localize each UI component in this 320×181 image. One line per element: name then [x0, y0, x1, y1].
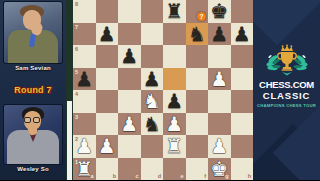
square-f4[interactable] — [186, 90, 209, 113]
square-g7[interactable]: ♟ — [208, 23, 231, 46]
piece-black-pawn-c6[interactable]: ♟ — [118, 45, 141, 68]
rank-label: 3 — [75, 114, 78, 120]
evaluation-bar — [66, 0, 73, 180]
piece-white-rook-e2[interactable]: ♜ — [163, 135, 186, 158]
square-b1[interactable]: b — [96, 158, 119, 181]
square-e5[interactable] — [163, 68, 186, 91]
piece-black-pawn-g7[interactable]: ♟ — [208, 23, 231, 46]
square-h4[interactable] — [231, 90, 254, 113]
square-h5[interactable] — [231, 68, 254, 91]
square-d8[interactable] — [141, 0, 164, 23]
square-b5[interactable] — [96, 68, 119, 91]
square-b8[interactable] — [96, 0, 119, 23]
piece-white-pawn-c3[interactable]: ♟ — [118, 113, 141, 136]
square-g1[interactable]: g♚ — [208, 158, 231, 181]
square-h2[interactable] — [231, 135, 254, 158]
mistake-badge-symbol: ? — [200, 13, 204, 20]
square-c4[interactable] — [118, 90, 141, 113]
piece-white-pawn-b2[interactable]: ♟ — [96, 135, 119, 158]
square-a4[interactable]: 4 — [73, 90, 96, 113]
player-sidebar: Sam Sevian Round 7 Wesley So — [0, 0, 66, 180]
rank-label: 8 — [75, 1, 78, 7]
square-f5[interactable] — [186, 68, 209, 91]
event-panel: CHESS.COM CLASSIC CHAMPIONS CHESS TOUR — [253, 0, 320, 180]
square-c6[interactable]: ♟ — [118, 45, 141, 68]
panel-decor-shape — [253, 0, 320, 45]
piece-black-king-g8[interactable]: ♚ — [208, 0, 231, 23]
file-label: c — [135, 173, 138, 179]
piece-black-rook-e8[interactable]: ♜ — [163, 0, 186, 23]
player-name-bottom: Wesley So — [0, 166, 66, 172]
square-b4[interactable] — [96, 90, 119, 113]
square-d2[interactable] — [141, 135, 164, 158]
square-e2[interactable]: ♜ — [163, 135, 186, 158]
square-a1[interactable]: 1a♜ — [73, 158, 96, 181]
square-h1[interactable]: h — [231, 158, 254, 181]
square-c2[interactable] — [118, 135, 141, 158]
square-c1[interactable]: c — [118, 158, 141, 181]
square-b7[interactable]: ♟ — [96, 23, 119, 46]
file-label: e — [180, 173, 183, 179]
square-b2[interactable]: ♟ — [96, 135, 119, 158]
glasses-icon — [33, 117, 40, 123]
square-b3[interactable] — [96, 113, 119, 136]
square-a7[interactable]: 7 — [73, 23, 96, 46]
square-a2[interactable]: 2♟ — [73, 135, 96, 158]
piece-black-pawn-d5[interactable]: ♟ — [141, 68, 164, 91]
square-a3[interactable]: 3 — [73, 113, 96, 136]
square-b6[interactable] — [96, 45, 119, 68]
square-h8[interactable] — [231, 0, 254, 23]
chess-board: ? 8♜♚7♟♞♟♟6♟5♟♟♟4♞♟3♟♞♟2♟♟♜♟1a♜bcdefg♚h — [73, 0, 253, 180]
square-f3[interactable] — [186, 113, 209, 136]
square-a8[interactable]: 8 — [73, 0, 96, 23]
rank-label: 2 — [75, 136, 78, 142]
square-e6[interactable] — [163, 45, 186, 68]
square-a5[interactable]: 5♟ — [73, 68, 96, 91]
rank-label: 6 — [75, 46, 78, 52]
square-g8[interactable]: ♚ — [208, 0, 231, 23]
square-e1[interactable]: e — [163, 158, 186, 181]
file-label: g — [225, 173, 228, 179]
evaluation-bar-white-portion — [67, 101, 72, 180]
square-e4[interactable]: ♟ — [163, 90, 186, 113]
broadcast-frame: Sam Sevian Round 7 Wesley So ? 8♜♚7♟♞♟♟6… — [0, 0, 320, 180]
rank-label: 7 — [75, 24, 78, 30]
square-e3[interactable]: ♟ — [163, 113, 186, 136]
square-c5[interactable] — [118, 68, 141, 91]
event-logo: CHESS.COM CLASSIC CHAMPIONS CHESS TOUR — [253, 44, 320, 108]
piece-black-pawn-b7[interactable]: ♟ — [96, 23, 119, 46]
square-c3[interactable]: ♟ — [118, 113, 141, 136]
rank-label: 5 — [75, 69, 78, 75]
square-a6[interactable]: 6 — [73, 45, 96, 68]
rank-label: 4 — [75, 91, 78, 97]
piece-white-pawn-g2[interactable]: ♟ — [208, 135, 231, 158]
square-e7[interactable] — [163, 23, 186, 46]
player-photo-sam-sevian — [4, 2, 62, 63]
square-g5[interactable]: ♟ — [208, 68, 231, 91]
file-label: f — [204, 173, 206, 179]
square-d6[interactable] — [141, 45, 164, 68]
square-g6[interactable] — [208, 45, 231, 68]
square-g4[interactable] — [208, 90, 231, 113]
square-d1[interactable]: d — [141, 158, 164, 181]
player-photo-wesley-so — [4, 105, 62, 164]
square-d3[interactable]: ♞ — [141, 113, 164, 136]
piece-white-pawn-g5[interactable]: ♟ — [208, 68, 231, 91]
square-d5[interactable]: ♟ — [141, 68, 164, 91]
file-label: d — [158, 173, 161, 179]
mistake-badge: ? — [197, 12, 206, 21]
square-c7[interactable] — [118, 23, 141, 46]
square-d7[interactable] — [141, 23, 164, 46]
event-subtitle: CHAMPIONS CHESS TOUR — [253, 103, 320, 108]
square-h7[interactable]: ♟ — [231, 23, 254, 46]
piece-white-knight-d4[interactable]: ♞ — [141, 90, 164, 113]
square-e8[interactable]: ♜ — [163, 0, 186, 23]
rank-label: 1 — [75, 159, 78, 165]
square-h6[interactable] — [231, 45, 254, 68]
square-c8[interactable] — [118, 0, 141, 23]
square-d4[interactable]: ♞ — [141, 90, 164, 113]
piece-black-knight-f7[interactable]: ♞ — [186, 23, 209, 46]
square-f7[interactable]: ♞ — [186, 23, 209, 46]
square-f6[interactable] — [186, 45, 209, 68]
trophy-icon — [264, 44, 310, 78]
event-title-line2: CLASSIC — [253, 90, 320, 101]
event-title-line1: CHESS.COM — [253, 79, 320, 90]
file-label: a — [90, 173, 93, 179]
square-f2[interactable] — [186, 135, 209, 158]
square-f1[interactable]: f — [186, 158, 209, 181]
file-label: b — [113, 173, 116, 179]
square-g2[interactable]: ♟ — [208, 135, 231, 158]
piece-white-pawn-e3[interactable]: ♟ — [163, 113, 186, 136]
square-g3[interactable] — [208, 113, 231, 136]
piece-black-pawn-e4[interactable]: ♟ — [163, 90, 186, 113]
player-name-top: Sam Sevian — [0, 65, 66, 71]
piece-black-pawn-h7[interactable]: ♟ — [231, 23, 254, 46]
piece-black-knight-d3[interactable]: ♞ — [141, 113, 164, 136]
file-label: h — [248, 173, 251, 179]
round-label: Round 7 — [0, 85, 66, 95]
square-h3[interactable] — [231, 113, 254, 136]
glasses-icon — [24, 117, 31, 123]
